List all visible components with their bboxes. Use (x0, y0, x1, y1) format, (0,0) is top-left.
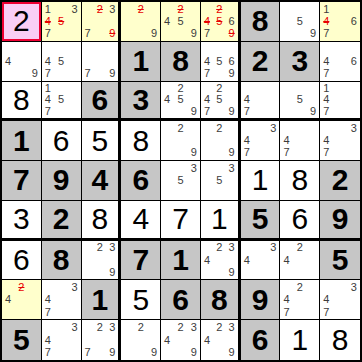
candidate-4: 4 (203, 55, 214, 67)
given-digit: 9 (42, 161, 81, 200)
cell-r1c7[interactable]: 8 (241, 2, 281, 42)
candidate-3: 3 (266, 242, 278, 254)
candidate-3: 3 (105, 321, 116, 334)
candidate-grid: 1467 (320, 2, 360, 41)
candidate-grid: 29 (121, 320, 160, 360)
cell-r7c5[interactable]: 1 (161, 241, 201, 281)
candidate-9: 9 (186, 28, 198, 40)
candidate-grid: 35 (161, 161, 200, 200)
solved-digit: 6 (2, 241, 41, 280)
given-digit: 6 (82, 82, 119, 119)
cell-r9c7[interactable]: 6 (241, 320, 281, 360)
candidate-9: 9 (225, 266, 236, 278)
cell-r3c4[interactable]: 3 (121, 82, 161, 122)
cell-r4c8[interactable]: 47 (280, 121, 320, 161)
candidate-grid: 49 (2, 42, 41, 81)
cell-r6c3[interactable]: 8 (82, 201, 122, 241)
candidate-7: 7 (84, 28, 95, 40)
candidate-5: 5 (175, 174, 187, 186)
candidate-5: 5 (175, 94, 187, 106)
candidate-7: 7 (84, 67, 95, 79)
cell-r1c8[interactable]: 59 (280, 2, 320, 42)
candidate-4: 4 (44, 94, 56, 106)
cell-r4c1[interactable]: 1 (2, 121, 42, 161)
candidate-9: 9 (186, 106, 198, 118)
candidate-grid: 2349 (201, 241, 238, 280)
cell-r7c9[interactable]: 5 (320, 241, 360, 281)
given-digit: 5 (2, 320, 41, 360)
candidate-4: 4 (282, 135, 294, 147)
candidate-4: 4 (322, 135, 334, 147)
candidate-grid: 35 (201, 161, 238, 200)
candidate-5: 5 (294, 94, 306, 106)
eliminated-candidate-2: 2 (214, 3, 225, 15)
candidate-5: 5 (55, 55, 67, 67)
candidate-6: 6 (346, 15, 358, 27)
candidate-7: 7 (44, 106, 56, 118)
cell-r5c5[interactable]: 35 (161, 161, 201, 201)
candidate-2: 2 (175, 321, 187, 334)
candidate-grid: 1457 (42, 82, 81, 119)
candidate-4: 4 (243, 94, 255, 106)
cell-r3c7[interactable]: 47 (241, 82, 281, 122)
cell-r9c2[interactable]: 347 (42, 320, 82, 360)
candidate-9: 9 (186, 147, 198, 159)
solved-digit: 8 (280, 161, 319, 200)
candidate-grid: 79 (82, 42, 119, 81)
cell-r5c6[interactable]: 35 (201, 161, 241, 201)
cell-r8c5[interactable]: 6 (161, 280, 201, 320)
cell-r3c1[interactable]: 8 (2, 82, 42, 122)
candidate-grid: 2459 (161, 2, 200, 41)
candidate-2: 2 (294, 242, 306, 254)
candidate-7: 7 (322, 67, 334, 79)
solved-digit: 1 (241, 161, 280, 200)
solved-digit: 5 (82, 121, 119, 160)
candidate-3: 3 (67, 281, 79, 293)
candidate-2: 2 (94, 242, 105, 254)
candidate-3: 3 (225, 242, 236, 254)
given-digit: 2 (241, 42, 280, 81)
candidate-1: 1 (322, 3, 334, 15)
cell-r7c1[interactable]: 6 (2, 241, 42, 281)
cell-r6c2[interactable]: 2 (42, 201, 82, 241)
candidate-5: 5 (214, 55, 225, 67)
candidate-2: 2 (214, 321, 225, 334)
candidate-4: 4 (44, 294, 56, 306)
candidate-7: 7 (243, 147, 255, 159)
candidate-9: 9 (225, 147, 236, 159)
cell-r4c3[interactable]: 5 (82, 121, 122, 161)
candidate-4: 4 (322, 55, 334, 67)
given-digit: 7 (121, 241, 160, 280)
cell-r2c3[interactable]: 79 (82, 42, 122, 82)
candidate-4: 4 (322, 294, 334, 306)
cell-r5c9[interactable]: 2 (320, 161, 360, 201)
candidate-4: 4 (282, 294, 294, 306)
candidate-4: 4 (203, 94, 214, 106)
cell-r6c7[interactable]: 5 (241, 201, 281, 241)
cell-r8c8[interactable]: 247 (280, 280, 320, 320)
given-digit: 7 (2, 161, 41, 200)
solved-digit: 8 (82, 201, 119, 238)
candidate-grid: 47 (241, 82, 280, 119)
given-digit: 8 (161, 42, 200, 81)
candidate-2: 2 (294, 281, 306, 293)
candidate-2: 2 (214, 242, 225, 254)
candidate-grid: 2379 (82, 2, 119, 41)
cell-r7c4[interactable]: 7 (121, 241, 161, 281)
solved-digit: 3 (2, 201, 41, 238)
cell-r6c5[interactable]: 7 (161, 201, 201, 241)
eliminated-candidate-2: 2 (16, 281, 28, 293)
cell-r9c8[interactable]: 1 (280, 320, 320, 360)
cell-r2c9[interactable]: 467 (320, 42, 360, 82)
candidate-grid: 59 (280, 82, 319, 119)
candidate-grid: 147 (320, 82, 360, 119)
candidate-2: 2 (214, 83, 225, 95)
candidate-5: 5 (214, 174, 225, 186)
candidate-3: 3 (346, 122, 358, 134)
cell-r4c6[interactable]: 29 (201, 121, 241, 161)
cell-r3c9[interactable]: 147 (320, 82, 360, 122)
cell-r9c1[interactable]: 5 (2, 320, 42, 360)
candidate-7: 7 (322, 306, 334, 318)
cell-r2c1[interactable]: 49 (2, 42, 42, 82)
candidate-4: 4 (163, 15, 175, 27)
candidate-grid: 13457 (42, 2, 81, 41)
candidate-grid: 59 (280, 2, 319, 41)
cell-r6c1[interactable]: 3 (2, 201, 42, 241)
candidate-7: 7 (203, 67, 214, 79)
candidate-1: 1 (322, 83, 334, 95)
cell-r7c7[interactable]: 34 (241, 241, 281, 281)
candidate-9: 9 (225, 106, 236, 118)
candidate-7: 7 (322, 28, 334, 40)
cell-r1c3[interactable]: 2379 (82, 2, 122, 42)
given-digit: 6 (121, 161, 160, 200)
candidate-7: 7 (44, 346, 56, 359)
candidate-grid: 24 (2, 280, 41, 319)
candidate-5: 5 (294, 15, 306, 27)
candidate-7: 7 (44, 306, 56, 318)
candidate-grid: 29 (121, 2, 160, 41)
given-digit: 1 (82, 280, 119, 319)
candidate-9: 9 (225, 346, 236, 359)
given-digit: 5 (320, 241, 360, 280)
candidate-grid: 34 (241, 241, 280, 280)
cell-r8c4[interactable]: 5 (121, 280, 161, 320)
solved-digit: 4 (121, 201, 160, 238)
cell-r1c2[interactable]: 13457 (42, 2, 82, 42)
candidate-1: 1 (44, 83, 56, 95)
cell-r3c5[interactable]: 2459 (161, 82, 201, 122)
candidate-2: 2 (214, 122, 225, 134)
given-digit: 3 (121, 82, 160, 119)
eliminated-candidate-2: 2 (135, 3, 147, 15)
candidate-5: 5 (55, 94, 67, 106)
cell-r8c1[interactable]: 24 (2, 280, 42, 320)
cell-r3c3[interactable]: 6 (82, 82, 122, 122)
cell-r6c6[interactable]: 1 (201, 201, 241, 241)
cell-r3c8[interactable]: 59 (280, 82, 320, 122)
sudoku-board: 2134572379292459245679859146749457791845… (0, 0, 362, 362)
cell-r9c5[interactable]: 2349 (161, 320, 201, 360)
candidate-4: 4 (282, 254, 294, 266)
candidate-3: 3 (186, 162, 198, 174)
eliminated-candidate-4: 4 (322, 15, 334, 27)
cell-r1c4[interactable]: 29 (121, 2, 161, 42)
cell-r7c2[interactable]: 8 (42, 241, 82, 281)
candidate-3: 3 (105, 242, 116, 254)
candidate-grid: 347 (42, 320, 81, 360)
given-digit: 6 (241, 320, 280, 360)
cell-r6c4[interactable]: 4 (121, 201, 161, 241)
given-digit: 6 (161, 280, 200, 319)
given-digit: 8 (42, 241, 81, 280)
solved-digit: 6 (280, 201, 319, 238)
candidate-4: 4 (322, 94, 334, 106)
cell-r9c4[interactable]: 29 (121, 320, 161, 360)
candidate-9: 9 (105, 67, 116, 79)
cell-r4c4[interactable]: 8 (121, 121, 161, 161)
candidate-3: 3 (225, 162, 236, 174)
candidate-grid: 467 (320, 42, 360, 81)
candidate-4: 4 (163, 94, 175, 106)
cell-r2c8[interactable]: 3 (280, 42, 320, 82)
cell-r7c3[interactable]: 239 (82, 241, 122, 281)
cell-r3c2[interactable]: 1457 (42, 82, 82, 122)
candidate-grid: 347 (320, 280, 360, 319)
cell-r8c7[interactable]: 9 (241, 280, 281, 320)
candidate-grid: 347 (320, 121, 360, 160)
candidate-7: 7 (84, 346, 95, 359)
candidate-9: 9 (147, 346, 159, 359)
candidate-7: 7 (44, 28, 56, 40)
candidate-2: 2 (135, 321, 147, 334)
candidate-grid: 29 (161, 121, 200, 160)
candidate-grid: 24579 (201, 82, 238, 119)
given-digit: 1 (2, 121, 41, 160)
candidate-grid: 29 (201, 121, 238, 160)
candidate-7: 7 (203, 106, 214, 118)
candidate-grid: 2349 (161, 320, 200, 360)
solved-digit: 8 (121, 121, 160, 160)
eliminated-candidate-5: 5 (214, 15, 225, 27)
cell-r5c8[interactable]: 8 (280, 161, 320, 201)
candidate-2: 2 (175, 83, 187, 95)
candidate-9: 9 (306, 28, 318, 40)
candidate-7: 7 (282, 147, 294, 159)
candidate-1: 1 (44, 3, 56, 15)
cell-r6c8[interactable]: 6 (280, 201, 320, 241)
candidate-7: 7 (44, 67, 56, 79)
candidate-grid: 239 (82, 241, 119, 280)
cell-r9c3[interactable]: 2379 (82, 320, 122, 360)
cell-r5c2[interactable]: 9 (42, 161, 82, 201)
candidate-9: 9 (186, 346, 198, 359)
given-digit: 9 (241, 280, 280, 319)
given-digit: 5 (241, 201, 280, 238)
candidate-4: 4 (163, 334, 175, 347)
eliminated-candidate-9: 9 (105, 28, 116, 40)
candidate-grid: 347 (241, 121, 280, 160)
candidate-grid: 347 (42, 280, 81, 319)
candidate-3: 3 (105, 3, 116, 15)
cell-r5c1[interactable]: 7 (2, 161, 42, 201)
candidate-4: 4 (243, 135, 255, 147)
candidate-grid: 247 (280, 280, 319, 319)
candidate-grid: 457 (42, 42, 81, 81)
candidate-4: 4 (4, 55, 16, 67)
candidate-4: 4 (4, 294, 16, 306)
solved-digit: 8 (2, 82, 41, 119)
candidate-9: 9 (105, 266, 116, 278)
cell-r8c9[interactable]: 347 (320, 280, 360, 320)
candidate-6: 6 (225, 15, 236, 27)
cell-r5c4[interactable]: 6 (121, 161, 161, 201)
cell-r3c6[interactable]: 24579 (201, 82, 241, 122)
candidate-5: 5 (214, 94, 225, 106)
candidate-2: 2 (94, 321, 105, 334)
cell-r9c6[interactable]: 2349 (201, 320, 241, 360)
solved-digit: 7 (161, 201, 200, 238)
candidate-9: 9 (147, 28, 159, 40)
solved-digit: 1 (280, 320, 319, 360)
cell-r1c1[interactable]: 2 (2, 2, 42, 42)
candidate-6: 6 (225, 55, 236, 67)
given-digit: 8 (241, 2, 280, 41)
cell-r8c2[interactable]: 347 (42, 280, 82, 320)
given-digit: 4 (82, 161, 119, 200)
solved-digit: 8 (320, 320, 360, 360)
candidate-4: 4 (44, 334, 56, 347)
solved-digit: 6 (42, 121, 81, 160)
solved-digit: 1 (201, 201, 238, 238)
candidate-7: 7 (282, 306, 294, 318)
candidate-3: 3 (67, 321, 79, 334)
candidate-4: 4 (203, 254, 214, 266)
candidate-grid: 24 (280, 241, 319, 280)
cell-r2c2[interactable]: 457 (42, 42, 82, 82)
cell-r9c9[interactable]: 8 (320, 320, 360, 360)
cell-r2c5[interactable]: 8 (161, 42, 201, 82)
given-digit: 2 (42, 201, 81, 238)
given-digit: 1 (121, 42, 160, 81)
candidate-3: 3 (225, 321, 236, 334)
eliminated-candidate-5: 5 (55, 15, 67, 27)
candidate-6: 6 (346, 55, 358, 67)
eliminated-candidate-4: 4 (44, 15, 56, 27)
candidate-7: 7 (322, 147, 334, 159)
cell-r7c8[interactable]: 24 (280, 241, 320, 281)
given-digit: 3 (280, 42, 319, 81)
eliminated-candidate-2: 2 (175, 3, 187, 15)
cell-r8c3[interactable]: 1 (82, 280, 122, 320)
candidate-3: 3 (346, 281, 358, 293)
candidate-grid: 2349 (201, 320, 238, 360)
solved-digit: 2 (2, 2, 41, 41)
candidate-grid: 45679 (201, 42, 238, 81)
eliminated-candidate-2: 2 (94, 3, 105, 15)
given-digit: 9 (320, 201, 360, 238)
candidate-grid: 245679 (201, 2, 238, 41)
candidate-9: 9 (105, 346, 116, 359)
given-digit: 8 (201, 280, 238, 319)
given-digit: 2 (320, 161, 360, 200)
candidate-7: 7 (203, 28, 214, 40)
cell-r8c6[interactable]: 8 (201, 280, 241, 320)
candidate-4: 4 (203, 334, 214, 347)
candidate-7: 7 (322, 106, 334, 118)
cell-r4c2[interactable]: 6 (42, 121, 82, 161)
cell-r5c7[interactable]: 1 (241, 161, 281, 201)
given-digit: 1 (161, 241, 200, 280)
candidate-9: 9 (27, 67, 39, 79)
cell-r6c9[interactable]: 9 (320, 201, 360, 241)
cell-r4c9[interactable]: 347 (320, 121, 360, 161)
candidate-4: 4 (243, 254, 255, 266)
eliminated-candidate-9: 9 (225, 28, 236, 40)
cell-r1c9[interactable]: 1467 (320, 2, 360, 42)
candidate-3: 3 (186, 321, 198, 334)
candidate-9: 9 (306, 106, 318, 118)
candidate-3: 3 (266, 122, 278, 134)
cell-r1c6[interactable]: 245679 (201, 2, 241, 42)
cell-r4c7[interactable]: 347 (241, 121, 281, 161)
candidate-grid: 2459 (161, 82, 200, 119)
cell-r1c5[interactable]: 2459 (161, 2, 201, 42)
cell-r2c4[interactable]: 1 (121, 42, 161, 82)
candidate-5: 5 (175, 15, 187, 27)
cell-r2c7[interactable]: 2 (241, 42, 281, 82)
candidate-grid: 47 (280, 121, 319, 160)
candidate-grid: 2379 (82, 320, 119, 360)
solved-digit: 5 (121, 280, 160, 319)
candidate-7: 7 (243, 106, 255, 118)
eliminated-candidate-4: 4 (203, 15, 214, 27)
cell-r2c6[interactable]: 45679 (201, 42, 241, 82)
cell-r7c6[interactable]: 2349 (201, 241, 241, 281)
cell-r4c5[interactable]: 29 (161, 121, 201, 161)
candidate-2: 2 (175, 122, 187, 134)
cell-r5c3[interactable]: 4 (82, 161, 122, 201)
candidate-4: 4 (44, 55, 56, 67)
candidate-3: 3 (67, 3, 79, 15)
candidate-9: 9 (225, 67, 236, 79)
